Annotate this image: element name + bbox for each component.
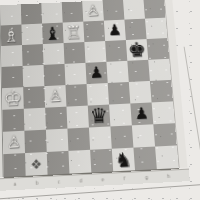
square-d6[interactable] [64,42,86,64]
white-pawn-a2[interactable]: ♙ [7,134,21,151]
square-e5[interactable]: ♟ [85,62,107,84]
square-a5[interactable] [2,66,24,88]
square-c4[interactable]: ♙ [44,85,66,108]
chess-board: ⊕ YR-CHESS ♙♗♝♖♟♚♟♔♙♛♟♙❖♞ abcdefgh [0,0,190,190]
square-b1[interactable]: ❖ [25,152,48,176]
square-e6[interactable] [84,41,106,63]
square-b6[interactable] [22,44,44,66]
square-c3[interactable] [45,107,67,130]
square-c5[interactable] [44,64,66,86]
square-h7[interactable] [145,18,167,39]
square-d8[interactable] [62,1,84,22]
file-label-b: b [26,180,48,186]
square-f2[interactable] [110,125,133,148]
square-h2[interactable] [153,123,176,146]
square-d1[interactable] [68,150,91,174]
square-h6[interactable] [147,38,170,60]
white-bishop-a7[interactable]: ♗ [3,26,19,45]
square-b8[interactable] [21,3,42,24]
square-a4[interactable]: ♔ [2,87,24,110]
square-a6[interactable] [1,45,22,67]
square-b4[interactable] [23,86,45,109]
square-e1[interactable] [90,149,113,173]
black-pawn-e5[interactable]: ♟ [89,65,104,81]
square-d4[interactable] [65,84,87,107]
square-c2[interactable] [46,129,69,152]
square-f4[interactable] [108,82,131,105]
square-f6[interactable] [105,40,127,62]
square-e4[interactable] [87,83,109,106]
square-h5[interactable] [148,59,171,81]
black-king-g6[interactable]: ♚ [127,40,146,61]
white-pawn-c4[interactable]: ♙ [48,88,62,104]
square-g4[interactable] [129,81,152,104]
file-label-a: a [4,181,26,187]
square-g3[interactable]: ♟ [130,102,153,125]
square-a2[interactable]: ♙ [3,131,25,154]
square-a7[interactable]: ♗ [1,25,22,47]
square-g7[interactable] [124,19,146,40]
square-e2[interactable] [89,126,112,149]
square-h4[interactable] [150,80,173,103]
black-knight-f1[interactable]: ♞ [114,149,132,169]
square-g2[interactable] [132,124,155,147]
square-a1[interactable] [3,153,25,177]
square-f3[interactable] [109,103,132,126]
file-label-c: c [48,179,70,185]
black-pawn-g3[interactable]: ♟ [134,106,149,123]
square-c7[interactable]: ♝ [42,23,64,44]
black-queen-e3[interactable]: ♛ [89,105,109,127]
square-g5[interactable] [127,60,150,82]
square-h8[interactable] [143,0,165,19]
black-pawn-f7[interactable]: ♟ [108,23,122,39]
white-rook-d7[interactable]: ♖ [65,23,82,41]
square-f8[interactable] [103,0,125,21]
square-e3[interactable]: ♛ [88,105,111,128]
file-label-g: g [135,174,157,180]
square-d3[interactable] [66,106,88,129]
square-h1[interactable] [155,145,179,169]
square-f7[interactable]: ♟ [104,20,126,41]
square-g8[interactable] [123,0,145,20]
square-f5[interactable] [106,61,128,83]
board-photo: ⊕ YR-CHESS ♙♗♝♖♟♚♟♔♙♛♟♙❖♞ abcdefgh [0,0,200,200]
file-label-f: f [114,175,136,181]
square-a3[interactable] [2,109,24,132]
white-pawn-e8[interactable]: ♙ [86,3,100,18]
square-c1[interactable] [47,151,70,175]
square-a8[interactable] [0,4,21,25]
square-b2[interactable] [24,130,46,153]
square-c6[interactable] [43,43,65,65]
file-label-h: h [157,173,179,179]
black-bishop-c7[interactable]: ♝ [44,24,61,42]
square-b3[interactable] [24,108,46,131]
square-g1[interactable] [133,147,156,171]
square-d7[interactable]: ♖ [63,22,85,43]
square-e8[interactable]: ♙ [82,0,104,21]
club-emblem-icon: ❖ [30,157,42,171]
square-b7[interactable] [21,24,42,46]
square-d5[interactable] [65,63,87,85]
square-b5[interactable] [23,65,45,87]
square-g6[interactable]: ♚ [126,39,148,61]
square-h3[interactable] [152,101,175,124]
board-grid: ♙♗♝♖♟♚♟♔♙♛♟♙❖♞ [0,0,178,178]
file-label-d: d [70,178,92,184]
white-king-a4[interactable]: ♔ [4,88,23,110]
square-d2[interactable] [67,128,90,151]
square-c8[interactable] [41,2,62,23]
square-f1[interactable]: ♞ [112,148,135,172]
square-e7[interactable] [83,21,105,42]
file-label-e: e [92,177,114,183]
